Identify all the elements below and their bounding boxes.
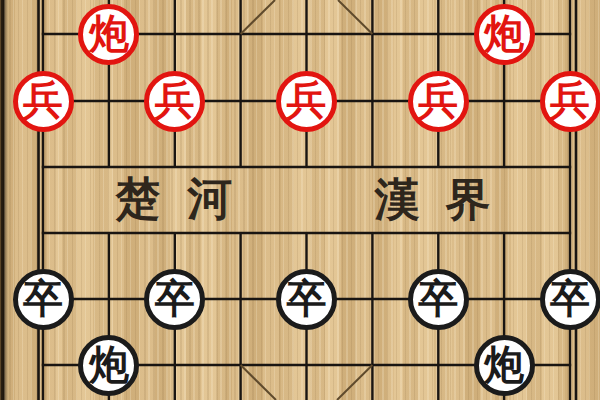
piece-red-soldier-file1[interactable]: 兵 [13, 71, 74, 132]
piece-red-cannon-file8[interactable]: 炮 [474, 4, 535, 65]
river-label-he: 河 [188, 169, 233, 229]
piece-red-soldier-file7[interactable]: 兵 [408, 71, 469, 132]
piece-black-cannon-file8[interactable]: 炮 [474, 335, 535, 396]
piece-red-soldier-file3[interactable]: 兵 [144, 71, 205, 132]
piece-red-soldier-file9[interactable]: 兵 [540, 71, 600, 132]
piece-red-cannon-file2[interactable]: 炮 [78, 4, 139, 65]
board-left-edge [0, 0, 8, 400]
river-label-han: 漢 [375, 170, 420, 230]
piece-red-soldier-file5[interactable]: 兵 [276, 71, 337, 132]
piece-black-soldier-file3[interactable]: 卒 [144, 269, 205, 330]
river-label-chu: 楚 [116, 169, 161, 229]
piece-black-soldier-file9[interactable]: 卒 [540, 269, 600, 330]
piece-black-soldier-file1[interactable]: 卒 [13, 269, 74, 330]
piece-black-cannon-file2[interactable]: 炮 [78, 335, 139, 396]
xiangqi-board[interactable]: 楚 河 漢 界 炮炮兵兵兵兵兵卒卒卒卒卒炮炮 [0, 0, 600, 400]
piece-black-soldier-file5[interactable]: 卒 [276, 269, 337, 330]
river-label-jie: 界 [446, 170, 491, 230]
piece-black-soldier-file7[interactable]: 卒 [408, 269, 469, 330]
